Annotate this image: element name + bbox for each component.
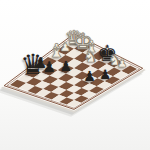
black-pawn[interactable]: ♟ [99,67,111,80]
white-pawn[interactable]: ♟ [117,58,127,70]
black-pawn[interactable]: ♟ [83,69,96,83]
black-queen[interactable]: ♛ [20,51,45,79]
black-pawn[interactable]: ♟ [60,59,73,73]
white-knight[interactable]: ♞ [84,50,98,65]
product-photo-stage: ♛♚♝♚♞♟♟♞♝♟♟♟♟♟♛ [0,0,150,150]
